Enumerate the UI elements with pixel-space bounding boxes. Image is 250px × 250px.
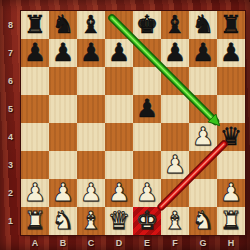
square-f7[interactable]: ♟ <box>161 39 189 67</box>
square-b7[interactable]: ♟ <box>49 39 77 67</box>
piece-black-pawn: ♟ <box>192 38 214 66</box>
square-h6[interactable] <box>217 67 245 95</box>
square-a4[interactable] <box>21 123 49 151</box>
file-label-h: H <box>217 235 245 250</box>
piece-black-pawn: ♟ <box>80 38 102 66</box>
square-b3[interactable] <box>49 151 77 179</box>
square-b2[interactable]: ♟ <box>49 179 77 207</box>
square-c8[interactable]: ♝ <box>77 11 105 39</box>
square-e3[interactable] <box>133 151 161 179</box>
piece-white-pawn: ♟ <box>24 178 46 206</box>
piece-white-pawn: ♟ <box>192 122 214 150</box>
wooden-board-frame: ♜♞♝♚♝♞♜♟♟♟♟♟♟♟♟♟♛♟♟♟♟♟♟♟♜♞♝♛♚♝♞♜ 8765432… <box>0 0 250 250</box>
rank-label-6: 6 <box>0 67 21 95</box>
square-a8[interactable]: ♜ <box>21 11 49 39</box>
square-e5[interactable]: ♟ <box>133 95 161 123</box>
rank-label-1: 1 <box>0 207 21 235</box>
piece-white-queen: ♛ <box>108 206 130 234</box>
square-e1[interactable]: ♚ <box>133 207 161 235</box>
square-f2[interactable] <box>161 179 189 207</box>
square-d7[interactable]: ♟ <box>105 39 133 67</box>
square-d8[interactable] <box>105 11 133 39</box>
piece-black-rook: ♜ <box>24 10 46 38</box>
square-f6[interactable] <box>161 67 189 95</box>
file-label-f: F <box>161 235 189 250</box>
square-h5[interactable] <box>217 95 245 123</box>
piece-black-pawn: ♟ <box>220 38 242 66</box>
square-f5[interactable] <box>161 95 189 123</box>
square-e7[interactable] <box>133 39 161 67</box>
piece-black-knight: ♞ <box>192 10 214 38</box>
piece-black-bishop: ♝ <box>80 10 102 38</box>
square-g7[interactable]: ♟ <box>189 39 217 67</box>
square-g1[interactable]: ♞ <box>189 207 217 235</box>
square-h2[interactable]: ♟ <box>217 179 245 207</box>
rank-label-7: 7 <box>0 39 21 67</box>
piece-white-pawn: ♟ <box>80 178 102 206</box>
square-a5[interactable] <box>21 95 49 123</box>
square-a6[interactable] <box>21 67 49 95</box>
piece-white-pawn: ♟ <box>164 150 186 178</box>
square-g5[interactable] <box>189 95 217 123</box>
square-b4[interactable] <box>49 123 77 151</box>
file-label-d: D <box>105 235 133 250</box>
piece-black-king: ♚ <box>136 10 158 38</box>
rank-label-8: 8 <box>0 11 21 39</box>
rank-label-3: 3 <box>0 151 21 179</box>
file-label-b: B <box>49 235 77 250</box>
piece-white-king: ♚ <box>136 206 158 234</box>
piece-black-bishop: ♝ <box>164 10 186 38</box>
square-g6[interactable] <box>189 67 217 95</box>
rank-label-5: 5 <box>0 95 21 123</box>
piece-black-pawn: ♟ <box>52 38 74 66</box>
piece-black-pawn: ♟ <box>108 38 130 66</box>
square-g4[interactable]: ♟ <box>189 123 217 151</box>
square-b5[interactable] <box>49 95 77 123</box>
square-e4[interactable] <box>133 123 161 151</box>
rank-labels: 87654321 <box>0 11 21 235</box>
piece-black-pawn: ♟ <box>24 38 46 66</box>
square-g2[interactable] <box>189 179 217 207</box>
piece-white-rook: ♜ <box>220 206 242 234</box>
square-d3[interactable] <box>105 151 133 179</box>
square-g3[interactable] <box>189 151 217 179</box>
square-a2[interactable]: ♟ <box>21 179 49 207</box>
chess-board: ♜♞♝♚♝♞♜♟♟♟♟♟♟♟♟♟♛♟♟♟♟♟♟♟♜♞♝♛♚♝♞♜ <box>21 11 245 235</box>
piece-white-knight: ♞ <box>52 206 74 234</box>
piece-white-bishop: ♝ <box>164 206 186 234</box>
square-a3[interactable] <box>21 151 49 179</box>
square-f8[interactable]: ♝ <box>161 11 189 39</box>
square-d2[interactable]: ♟ <box>105 179 133 207</box>
square-c6[interactable] <box>77 67 105 95</box>
piece-black-pawn: ♟ <box>136 94 158 122</box>
rank-label-2: 2 <box>0 179 21 207</box>
square-h3[interactable] <box>217 151 245 179</box>
square-h7[interactable]: ♟ <box>217 39 245 67</box>
rank-label-4: 4 <box>0 123 21 151</box>
square-b8[interactable]: ♞ <box>49 11 77 39</box>
square-e2[interactable]: ♟ <box>133 179 161 207</box>
piece-black-queen: ♛ <box>220 122 242 150</box>
piece-black-pawn: ♟ <box>164 38 186 66</box>
square-c5[interactable] <box>77 95 105 123</box>
square-c7[interactable]: ♟ <box>77 39 105 67</box>
square-e6[interactable] <box>133 67 161 95</box>
square-e8[interactable]: ♚ <box>133 11 161 39</box>
square-g8[interactable]: ♞ <box>189 11 217 39</box>
file-label-a: A <box>21 235 49 250</box>
square-c3[interactable] <box>77 151 105 179</box>
square-a1[interactable]: ♜ <box>21 207 49 235</box>
square-h4[interactable]: ♛ <box>217 123 245 151</box>
square-f1[interactable]: ♝ <box>161 207 189 235</box>
piece-black-knight: ♞ <box>52 10 74 38</box>
file-label-e: E <box>133 235 161 250</box>
square-f3[interactable]: ♟ <box>161 151 189 179</box>
square-c1[interactable]: ♝ <box>77 207 105 235</box>
piece-white-pawn: ♟ <box>220 178 242 206</box>
square-c4[interactable] <box>77 123 105 151</box>
piece-black-rook: ♜ <box>220 10 242 38</box>
square-f4[interactable] <box>161 123 189 151</box>
piece-white-pawn: ♟ <box>108 178 130 206</box>
file-labels: ABCDEFGH <box>21 235 245 250</box>
piece-white-pawn: ♟ <box>52 178 74 206</box>
piece-white-rook: ♜ <box>24 206 46 234</box>
square-a7[interactable]: ♟ <box>21 39 49 67</box>
piece-white-pawn: ♟ <box>136 178 158 206</box>
square-d6[interactable] <box>105 67 133 95</box>
piece-white-bishop: ♝ <box>80 206 102 234</box>
square-b6[interactable] <box>49 67 77 95</box>
file-label-c: C <box>77 235 105 250</box>
square-h8[interactable]: ♜ <box>217 11 245 39</box>
piece-white-knight: ♞ <box>192 206 214 234</box>
square-d1[interactable]: ♛ <box>105 207 133 235</box>
square-c2[interactable]: ♟ <box>77 179 105 207</box>
square-b1[interactable]: ♞ <box>49 207 77 235</box>
square-d4[interactable] <box>105 123 133 151</box>
square-h1[interactable]: ♜ <box>217 207 245 235</box>
square-d5[interactable] <box>105 95 133 123</box>
file-label-g: G <box>189 235 217 250</box>
